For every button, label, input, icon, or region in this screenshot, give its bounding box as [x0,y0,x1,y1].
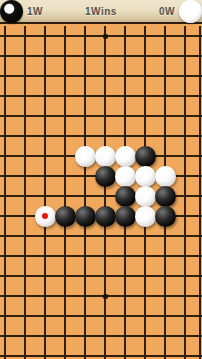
white-stone [35,206,56,227]
white-stone [135,166,156,187]
grid-line-horizontal [0,75,202,77]
black-wins-label: 1W [27,6,43,17]
white-stone [115,146,136,167]
white-stone [115,166,136,187]
grid-line-horizontal [0,335,202,337]
grid-line-horizontal [0,35,202,37]
grid-line-horizontal [0,315,202,317]
gomoku-board[interactable] [0,26,202,359]
last-move-marker [42,213,48,219]
star-point [103,34,108,39]
black-stone [135,146,156,167]
black-stone [155,206,176,227]
white-stone [135,206,156,227]
grid-line-horizontal [0,275,202,277]
grid-line-horizontal [0,55,202,57]
black-stone [55,206,76,227]
white-stone [135,186,156,207]
grid-line-horizontal [0,95,202,97]
black-stone [155,186,176,207]
grid-line-horizontal [0,295,202,297]
grid-line-horizontal [0,135,202,137]
black-stone [75,206,96,227]
star-point [103,294,108,299]
white-stone [75,146,96,167]
white-stone [95,146,116,167]
grid-line-horizontal [0,255,202,257]
black-stone [115,206,136,227]
wins-title-label: 1Wins [43,6,159,17]
black-stone [115,186,136,207]
white-stone-icon [179,0,202,23]
grid-line-horizontal [0,355,202,357]
status-bar: 1W 1Wins 0W [0,0,202,24]
grid-line-horizontal [0,235,202,237]
white-stone [155,166,176,187]
black-stone [95,206,116,227]
game-screen: 1W 1Wins 0W [0,0,202,359]
white-wins-label: 0W [159,6,175,17]
black-stone-icon [0,0,23,23]
grid-line-horizontal [0,115,202,117]
black-stone [95,166,116,187]
